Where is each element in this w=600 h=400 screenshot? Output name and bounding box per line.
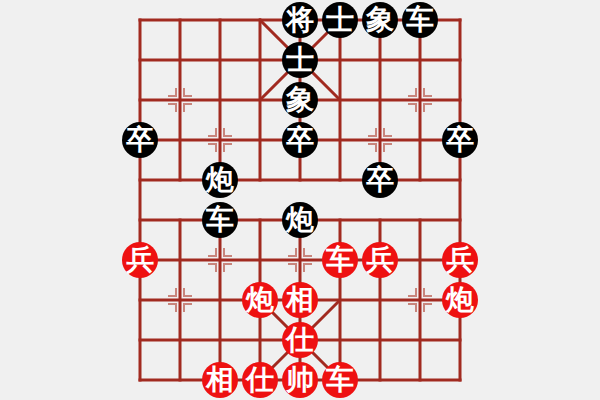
piece-black-cannon[interactable]: 炮 — [282, 202, 318, 238]
piece-red-elephant[interactable]: 相 — [202, 362, 238, 398]
piece-black-soldier[interactable]: 卒 — [122, 122, 158, 158]
piece-black-elephant[interactable]: 象 — [362, 2, 398, 38]
piece-black-elephant[interactable]: 象 — [282, 82, 318, 118]
piece-black-cannon[interactable]: 炮 — [202, 162, 238, 198]
piece-red-general[interactable]: 帅 — [282, 362, 318, 398]
piece-black-soldier[interactable]: 卒 — [282, 122, 318, 158]
piece-red-soldier[interactable]: 兵 — [362, 242, 398, 278]
piece-black-advisor[interactable]: 士 — [282, 42, 318, 78]
piece-black-general[interactable]: 将 — [282, 2, 318, 38]
piece-red-cannon[interactable]: 炮 — [442, 282, 478, 318]
piece-red-elephant[interactable]: 相 — [282, 282, 318, 318]
piece-black-chariot[interactable]: 车 — [202, 202, 238, 238]
piece-black-soldier[interactable]: 卒 — [362, 162, 398, 198]
piece-black-advisor[interactable]: 士 — [322, 2, 358, 38]
xiangqi-board[interactable]: 将士象车士象卒卒卒炮卒车炮兵车兵兵炮相炮仕相仕帅车 — [120, 0, 480, 400]
piece-red-chariot[interactable]: 车 — [322, 242, 358, 278]
piece-red-advisor[interactable]: 仕 — [242, 362, 278, 398]
piece-red-soldier[interactable]: 兵 — [442, 242, 478, 278]
xiangqi-board-screenshot: 将士象车士象卒卒卒炮卒车炮兵车兵兵炮相炮仕相仕帅车 — [0, 0, 600, 400]
piece-black-soldier[interactable]: 卒 — [442, 122, 478, 158]
piece-red-soldier[interactable]: 兵 — [122, 242, 158, 278]
piece-red-cannon[interactable]: 炮 — [242, 282, 278, 318]
piece-black-chariot[interactable]: 车 — [402, 2, 438, 38]
piece-red-chariot[interactable]: 车 — [322, 362, 358, 398]
piece-red-advisor[interactable]: 仕 — [282, 322, 318, 358]
